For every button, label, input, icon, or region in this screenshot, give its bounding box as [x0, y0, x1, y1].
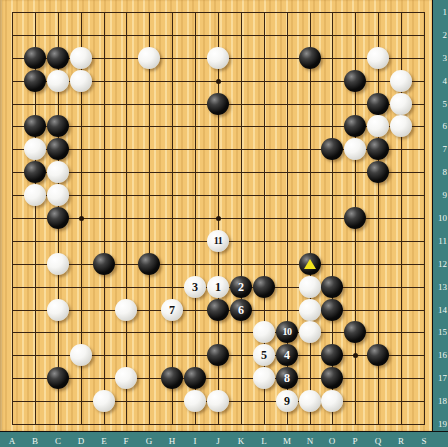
- stone-black[interactable]: [93, 253, 115, 275]
- stone-white[interactable]: [47, 70, 69, 92]
- stone-white[interactable]: [299, 299, 321, 321]
- column-label: M: [279, 436, 295, 446]
- column-label: H: [164, 436, 180, 446]
- stone-white[interactable]: [253, 321, 275, 343]
- row-label: 5: [434, 99, 447, 109]
- row-label: 18: [434, 396, 447, 406]
- stone-black[interactable]: [344, 207, 366, 229]
- stone-white[interactable]: [93, 390, 115, 412]
- grid-line: [12, 264, 425, 265]
- stone-black[interactable]: 4: [276, 344, 298, 366]
- star-point: [79, 216, 84, 221]
- stone-black[interactable]: [367, 93, 389, 115]
- stone-white[interactable]: [367, 47, 389, 69]
- stone-white[interactable]: [253, 367, 275, 389]
- stone-white[interactable]: 9: [276, 390, 298, 412]
- stone-white[interactable]: [47, 184, 69, 206]
- stone-white[interactable]: [47, 299, 69, 321]
- grid-line: [310, 12, 311, 425]
- stone-white[interactable]: [184, 390, 206, 412]
- column-label: C: [50, 436, 66, 446]
- stone-black[interactable]: [24, 115, 46, 137]
- stone-black[interactable]: [47, 367, 69, 389]
- stone-black[interactable]: [321, 367, 343, 389]
- move-number-label: 9: [284, 395, 290, 407]
- stone-white[interactable]: [344, 138, 366, 160]
- stone-black[interactable]: [344, 321, 366, 343]
- stone-white[interactable]: [70, 70, 92, 92]
- stone-black[interactable]: [253, 276, 275, 298]
- stone-black[interactable]: [207, 299, 229, 321]
- stone-white[interactable]: [321, 390, 343, 412]
- stone-white[interactable]: [299, 276, 321, 298]
- move-number-label: 10: [283, 327, 292, 337]
- row-label: 3: [434, 53, 447, 63]
- stone-black[interactable]: [207, 344, 229, 366]
- column-label: S: [416, 436, 432, 446]
- move-number-label: 5: [261, 349, 267, 361]
- column-label: N: [302, 436, 318, 446]
- star-point: [216, 216, 221, 221]
- go-diagram-screen: 1131276105489 12345678910111213141516171…: [0, 0, 448, 447]
- stone-black[interactable]: [47, 207, 69, 229]
- column-label: J: [210, 436, 226, 446]
- stone-white[interactable]: 5: [253, 344, 275, 366]
- row-label: 2: [434, 30, 447, 40]
- stone-black[interactable]: [321, 299, 343, 321]
- row-label: 9: [434, 190, 447, 200]
- column-label: F: [118, 436, 134, 446]
- stone-white[interactable]: 7: [161, 299, 183, 321]
- stone-white[interactable]: [70, 47, 92, 69]
- row-label: 19: [434, 419, 447, 429]
- stone-black[interactable]: [321, 344, 343, 366]
- stone-white[interactable]: 11: [207, 230, 229, 252]
- column-label: P: [347, 436, 363, 446]
- stone-white[interactable]: [367, 115, 389, 137]
- grid-line: [12, 378, 425, 379]
- column-label: L: [256, 436, 272, 446]
- move-number-label: 1: [215, 281, 221, 293]
- stone-black[interactable]: [321, 276, 343, 298]
- stone-black[interactable]: [367, 138, 389, 160]
- stone-black[interactable]: [24, 161, 46, 183]
- stone-black[interactable]: 2: [230, 276, 252, 298]
- stone-black[interactable]: [207, 93, 229, 115]
- column-label: A: [4, 436, 20, 446]
- stone-black[interactable]: [47, 138, 69, 160]
- stone-black[interactable]: [161, 367, 183, 389]
- row-label: 4: [434, 76, 447, 86]
- row-label: 13: [434, 282, 447, 292]
- column-label: B: [27, 436, 43, 446]
- stone-white[interactable]: [47, 161, 69, 183]
- stone-black[interactable]: [344, 115, 366, 137]
- stone-white[interactable]: [299, 390, 321, 412]
- stone-white[interactable]: 3: [184, 276, 206, 298]
- stone-white[interactable]: [115, 367, 137, 389]
- row-label: 10: [434, 213, 447, 223]
- triangle-mark-icon: [304, 259, 316, 269]
- stone-black[interactable]: [321, 138, 343, 160]
- row-label: 17: [434, 373, 447, 383]
- stone-black[interactable]: [24, 47, 46, 69]
- stone-white[interactable]: [207, 47, 229, 69]
- stone-black[interactable]: [47, 115, 69, 137]
- stone-black[interactable]: [344, 70, 366, 92]
- row-label: 16: [434, 350, 447, 360]
- column-coordinate-strip: ABCDEFGHIJKLMNOPQRS: [0, 431, 448, 447]
- column-label: I: [187, 436, 203, 446]
- move-number-label: 6: [238, 304, 244, 316]
- stone-white[interactable]: [24, 138, 46, 160]
- go-board[interactable]: 1131276105489: [0, 0, 432, 431]
- row-label: 11: [434, 236, 447, 246]
- row-label: 1: [434, 7, 447, 17]
- column-label: R: [393, 436, 409, 446]
- stone-white[interactable]: [24, 184, 46, 206]
- stone-black[interactable]: [367, 344, 389, 366]
- stone-black[interactable]: [138, 253, 160, 275]
- stone-black[interactable]: 6: [230, 299, 252, 321]
- stone-black[interactable]: 8: [276, 367, 298, 389]
- column-label: G: [141, 436, 157, 446]
- stone-white[interactable]: [390, 70, 412, 92]
- move-number-label: 7: [169, 304, 175, 316]
- stone-black[interactable]: 10: [276, 321, 298, 343]
- stone-black[interactable]: [184, 367, 206, 389]
- row-coordinate-strip: 12345678910111213141516171819: [432, 0, 448, 447]
- move-number-label: 4: [284, 349, 290, 361]
- move-number-label: 11: [214, 236, 222, 246]
- column-label: Q: [370, 436, 386, 446]
- stone-white[interactable]: 1: [207, 276, 229, 298]
- stone-black[interactable]: [367, 161, 389, 183]
- column-label: K: [233, 436, 249, 446]
- row-label: 8: [434, 167, 447, 177]
- stone-white[interactable]: [390, 93, 412, 115]
- row-label: 12: [434, 259, 447, 269]
- stone-black[interactable]: [299, 253, 321, 275]
- stone-black[interactable]: [47, 47, 69, 69]
- stone-white[interactable]: [390, 115, 412, 137]
- grid-line: [241, 12, 242, 425]
- move-number-label: 3: [192, 281, 198, 293]
- column-label: E: [96, 436, 112, 446]
- row-label: 15: [434, 327, 447, 337]
- grid-line: [424, 12, 425, 425]
- stone-black[interactable]: [24, 70, 46, 92]
- stone-white[interactable]: [138, 47, 160, 69]
- move-number-label: 2: [238, 281, 244, 293]
- stone-white[interactable]: [70, 344, 92, 366]
- stone-black[interactable]: [299, 47, 321, 69]
- row-label: 14: [434, 305, 447, 315]
- stone-white[interactable]: [299, 321, 321, 343]
- stone-white[interactable]: [47, 253, 69, 275]
- star-point: [216, 79, 221, 84]
- move-number-label: 8: [284, 372, 290, 384]
- stone-white[interactable]: [207, 390, 229, 412]
- row-label: 6: [434, 121, 447, 131]
- row-label: 7: [434, 144, 447, 154]
- star-point: [353, 353, 358, 358]
- column-label: D: [73, 436, 89, 446]
- grid-line: [12, 424, 425, 425]
- stone-white[interactable]: [115, 299, 137, 321]
- column-label: O: [324, 436, 340, 446]
